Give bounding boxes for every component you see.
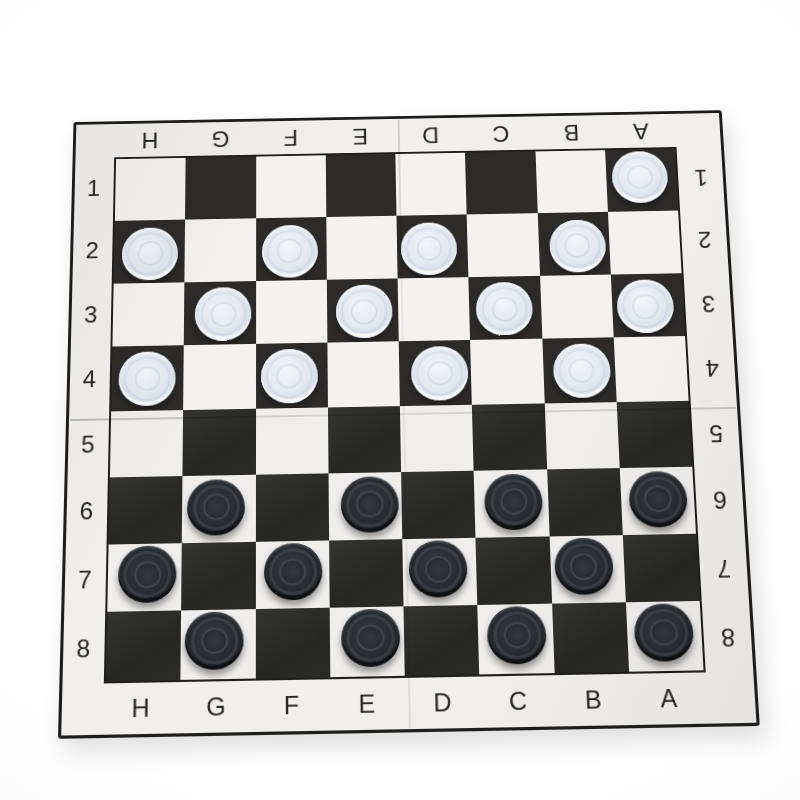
black-piece-B7[interactable] [553,538,613,596]
file-top-label-F: F [255,120,325,155]
rank-left-label-8: 8 [62,614,105,685]
square-F1[interactable] [256,155,326,218]
white-piece-B2[interactable] [548,219,606,272]
white-piece-C3[interactable] [476,282,534,336]
file-bottom-label-G: G [179,681,255,734]
square-F8[interactable] [255,608,330,679]
square-H2[interactable] [114,219,186,283]
square-H3[interactable] [112,282,184,347]
square-C3[interactable] [469,275,542,340]
square-G3[interactable] [184,281,256,346]
black-piece-A8[interactable] [633,603,695,662]
white-piece-F2[interactable] [262,224,318,277]
square-D7[interactable] [402,537,477,606]
file-top-label-D: D [395,118,466,153]
square-G2[interactable] [185,218,256,282]
rank-right-label-4: 4 [687,335,737,401]
white-piece-G3[interactable] [195,287,252,341]
rank-left-label-6: 6 [66,478,108,546]
square-A7[interactable] [623,533,700,602]
file-top-label-G: G [184,122,254,157]
black-piece-G8[interactable] [185,612,244,671]
square-B1[interactable] [535,150,608,213]
square-F2[interactable] [256,217,327,281]
square-G8[interactable] [181,609,256,680]
square-H1[interactable] [115,158,186,221]
file-bottom-label-C: C [480,675,557,728]
square-D4[interactable] [399,340,472,406]
square-G1[interactable] [185,157,255,220]
square-F3[interactable] [256,279,328,344]
square-C6[interactable] [474,469,549,537]
square-D2[interactable] [396,214,468,278]
square-G6[interactable] [182,474,255,542]
white-piece-A1[interactable] [611,151,669,203]
rank-right-label-6: 6 [694,466,744,534]
file-bottom-label-F: F [254,679,330,732]
rank-left-label-7: 7 [64,545,106,614]
file-top-label-A: A [605,114,677,148]
square-E1[interactable] [326,154,397,217]
black-piece-F7[interactable] [264,543,322,601]
square-B4[interactable] [542,338,617,404]
black-piece-E6[interactable] [341,476,399,533]
rank-left-label-4: 4 [69,346,110,412]
square-F4[interactable] [256,343,328,409]
file-top-label-B: B [535,115,607,149]
square-E6[interactable] [328,472,402,540]
file-bottom-label-E: E [330,678,406,731]
black-piece-H7[interactable] [118,546,177,604]
rank-left-label-3: 3 [71,282,112,347]
black-piece-C8[interactable] [487,606,548,665]
square-B3[interactable] [540,274,614,339]
square-H8[interactable] [106,611,181,682]
file-bottom-label-B: B [555,674,633,727]
square-A8[interactable] [626,601,704,671]
square-C4[interactable] [470,339,544,405]
square-H4[interactable] [111,345,184,411]
white-piece-F4[interactable] [261,349,318,404]
rank-right-label-2: 2 [680,208,729,272]
square-D8[interactable] [403,605,479,676]
photo-background: HGFEDCBA 12345678 12345678 HGFEDCBA [0,0,800,800]
square-D1[interactable] [395,153,467,216]
square-A1[interactable] [605,149,678,212]
file-bottom-label-H: H [103,682,179,735]
square-B7[interactable] [549,535,626,604]
square-F7[interactable] [255,540,329,609]
white-piece-H2[interactable] [122,227,179,280]
square-A3[interactable] [611,273,685,338]
square-C7[interactable] [476,536,552,605]
rank-left-label-5: 5 [68,411,110,478]
rank-right-label-8: 8 [702,602,753,673]
square-C8[interactable] [478,604,555,675]
square-E2[interactable] [326,215,398,279]
rank-left-label-1: 1 [74,157,114,220]
square-C1[interactable] [465,151,537,214]
square-H7[interactable] [107,543,182,612]
square-C2[interactable] [467,213,540,277]
rank-left-label-2: 2 [72,219,113,283]
square-B6[interactable] [547,468,623,536]
white-piece-B4[interactable] [552,343,611,398]
square-D3[interactable] [398,277,471,342]
square-F6[interactable] [255,473,328,541]
file-top-label-H: H [114,123,185,158]
black-piece-A6[interactable] [628,471,688,528]
checkers-board-sheet: HGFEDCBA 12345678 12345678 HGFEDCBA [58,110,760,739]
white-piece-E3[interactable] [336,285,393,339]
square-E8[interactable] [329,607,404,678]
file-top-label-E: E [325,119,396,154]
square-B2[interactable] [537,212,610,276]
file-bottom-label-A: A [630,672,708,725]
square-A6[interactable] [619,466,695,534]
square-E3[interactable] [327,278,399,343]
black-piece-G6[interactable] [187,479,245,536]
square-A2[interactable] [608,210,682,274]
square-A4[interactable] [613,336,688,402]
file-bottom-label-D: D [405,677,482,730]
white-piece-H4[interactable] [118,351,176,406]
square-D6[interactable] [401,470,476,538]
rank-right-label-7: 7 [698,533,749,602]
square-G7[interactable] [181,541,255,610]
rank-right-label-5: 5 [691,400,741,467]
square-B8[interactable] [552,603,629,674]
square-E4[interactable] [327,342,400,408]
black-piece-E8[interactable] [341,609,400,668]
square-G4[interactable] [183,344,255,410]
square-E7[interactable] [329,539,404,608]
file-top-label-C: C [465,116,536,150]
white-piece-D4[interactable] [411,346,469,401]
black-piece-C6[interactable] [484,473,543,530]
rank-right-label-3: 3 [683,271,732,336]
white-piece-A3[interactable] [616,280,675,334]
square-H6[interactable] [109,476,183,544]
black-piece-D7[interactable] [409,540,468,598]
white-piece-D2[interactable] [401,222,458,275]
rank-right-label-1: 1 [677,146,725,209]
